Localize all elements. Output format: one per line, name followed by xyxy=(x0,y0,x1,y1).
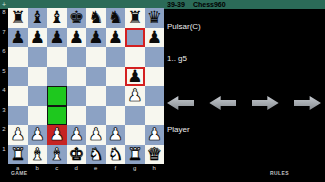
white-pawn-piece: ♟ xyxy=(30,125,45,145)
rank-label-8: 8 xyxy=(1,8,7,16)
file-label-f: f xyxy=(106,164,126,172)
white-bishop-piece: ♝ xyxy=(49,145,64,165)
white-knight-piece: ♞ xyxy=(88,145,103,165)
square-d6[interactable] xyxy=(67,47,87,67)
white-pawn-piece: ♟ xyxy=(69,125,84,145)
black-bishop-piece: ♝ xyxy=(49,8,64,28)
square-c5[interactable] xyxy=(47,67,67,87)
square-a6[interactable] xyxy=(8,47,28,67)
square-h5[interactable] xyxy=(145,67,165,87)
square-f6[interactable] xyxy=(106,47,126,67)
rank-label-2: 2 xyxy=(1,125,7,133)
rank-label-4: 4 xyxy=(1,86,7,94)
black-king-piece: ♚ xyxy=(69,8,84,28)
rank-label-5: 5 xyxy=(1,67,7,75)
square-h8[interactable]: ♛ xyxy=(145,8,165,28)
black-pawn-piece: ♟ xyxy=(147,28,162,48)
square-f5[interactable] xyxy=(106,67,126,87)
nav-end-button[interactable] xyxy=(294,96,321,110)
file-label-g: g xyxy=(125,164,145,172)
square-e2[interactable]: ♟ xyxy=(86,125,106,145)
white-pawn-piece: ♟ xyxy=(49,125,64,145)
square-g1[interactable]: ♜ xyxy=(125,145,145,165)
square-e5[interactable] xyxy=(86,67,106,87)
square-b7[interactable]: ♟ xyxy=(28,28,48,48)
square-h6[interactable] xyxy=(145,47,165,67)
square-c1[interactable]: ♝ xyxy=(47,145,67,165)
square-f3[interactable] xyxy=(106,106,126,126)
square-c6[interactable] xyxy=(47,47,67,67)
black-pawn-piece: ♟ xyxy=(108,28,123,48)
square-e4[interactable] xyxy=(86,86,106,106)
square-a7[interactable]: ♟ xyxy=(8,28,28,48)
white-queen-piece: ♛ xyxy=(147,145,162,165)
square-g4[interactable]: ♟ xyxy=(125,86,145,106)
nav-start-button[interactable] xyxy=(167,96,194,110)
square-b2[interactable]: ♟ xyxy=(28,125,48,145)
square-h1[interactable]: ♛ xyxy=(145,145,165,165)
square-c7[interactable]: ♟ xyxy=(47,28,67,48)
black-bishop-piece: ♝ xyxy=(30,8,45,28)
square-f4[interactable] xyxy=(106,86,126,106)
last-move-text: 1.. g5 xyxy=(167,54,187,64)
square-b8[interactable]: ♝ xyxy=(28,8,48,28)
square-d2[interactable]: ♟ xyxy=(67,125,87,145)
square-c3[interactable] xyxy=(47,106,67,126)
square-d8[interactable]: ♚ xyxy=(67,8,87,28)
square-a1[interactable]: ♜ xyxy=(8,145,28,165)
rank-label-7: 7 xyxy=(1,28,7,36)
square-h4[interactable] xyxy=(145,86,165,106)
square-g5[interactable]: ♟ xyxy=(125,67,145,87)
rank-label-3: 3 xyxy=(1,106,7,114)
square-b6[interactable] xyxy=(28,47,48,67)
black-pawn-piece: ♟ xyxy=(127,67,142,87)
square-e8[interactable]: ♞ xyxy=(86,8,106,28)
file-label-b: b xyxy=(28,164,48,172)
square-g6[interactable] xyxy=(125,47,145,67)
black-queen-piece: ♛ xyxy=(147,8,162,28)
square-e1[interactable]: ♞ xyxy=(86,145,106,165)
square-d5[interactable] xyxy=(67,67,87,87)
square-d3[interactable] xyxy=(67,106,87,126)
opponent-name: Pulsar(C) xyxy=(167,22,201,32)
black-pawn-piece: ♟ xyxy=(88,28,103,48)
white-rook-piece: ♜ xyxy=(10,145,25,165)
nav-next-button[interactable] xyxy=(252,96,279,110)
square-c2[interactable]: ♟ xyxy=(47,125,67,145)
square-c4[interactable] xyxy=(47,86,67,106)
square-a8[interactable]: ♜ xyxy=(8,8,28,28)
square-b3[interactable] xyxy=(28,106,48,126)
square-f7[interactable]: ♟ xyxy=(106,28,126,48)
black-pawn-piece: ♟ xyxy=(30,28,45,48)
square-e7[interactable]: ♟ xyxy=(86,28,106,48)
square-a2[interactable]: ♟ xyxy=(8,125,28,145)
square-e6[interactable] xyxy=(86,47,106,67)
file-label-d: d xyxy=(67,164,87,172)
square-b1[interactable]: ♝ xyxy=(28,145,48,165)
square-h7[interactable]: ♟ xyxy=(145,28,165,48)
variant-label: Chess960 xyxy=(193,0,226,9)
white-pawn-piece: ♟ xyxy=(147,125,162,145)
player-name: Player xyxy=(167,125,190,135)
white-pawn-piece: ♟ xyxy=(88,125,103,145)
square-f2[interactable]: ♟ xyxy=(106,125,126,145)
square-f8[interactable]: ♞ xyxy=(106,8,126,28)
square-d7[interactable]: ♟ xyxy=(67,28,87,48)
square-h2[interactable]: ♟ xyxy=(145,125,165,145)
nav-prev-button[interactable] xyxy=(209,96,236,110)
nav-buttons xyxy=(167,94,321,112)
square-g7[interactable] xyxy=(125,28,145,48)
file-label-h: h xyxy=(145,164,165,172)
square-d1[interactable]: ♚ xyxy=(67,145,87,165)
menu-rules-button[interactable]: RULES xyxy=(270,170,289,177)
square-c8[interactable]: ♝ xyxy=(47,8,67,28)
square-g2[interactable] xyxy=(125,125,145,145)
square-a5[interactable] xyxy=(8,67,28,87)
black-pawn-piece: ♟ xyxy=(49,28,64,48)
square-g8[interactable]: ♜ xyxy=(125,8,145,28)
square-a3[interactable] xyxy=(8,106,28,126)
square-f1[interactable]: ♞ xyxy=(106,145,126,165)
black-pawn-piece: ♟ xyxy=(10,28,25,48)
white-king-piece: ♚ xyxy=(69,145,84,165)
black-rook-piece: ♜ xyxy=(127,8,142,28)
black-rook-piece: ♜ xyxy=(10,8,25,28)
rank-label-6: 6 xyxy=(1,47,7,55)
material-score: 39-39 xyxy=(167,0,185,9)
square-d4[interactable] xyxy=(67,86,87,106)
white-knight-piece: ♞ xyxy=(108,145,123,165)
square-b5[interactable] xyxy=(28,67,48,87)
menu-game-button[interactable]: GAME xyxy=(11,170,28,177)
square-a4[interactable] xyxy=(8,86,28,106)
chess-board[interactable]: ♜♝♝♚♞♞♜♛♟♟♟♟♟♟♟♟♟♟♟♟♟♟♟♟♜♝♝♚♞♞♜♛ xyxy=(8,8,164,164)
file-label-c: c xyxy=(47,164,67,172)
white-pawn-piece: ♟ xyxy=(10,125,25,145)
rank-label-1: 1 xyxy=(1,145,7,153)
white-bishop-piece: ♝ xyxy=(30,145,45,165)
square-g3[interactable] xyxy=(125,106,145,126)
white-pawn-piece: ♟ xyxy=(127,86,142,106)
black-knight-piece: ♞ xyxy=(88,8,103,28)
square-h3[interactable] xyxy=(145,106,165,126)
white-pawn-piece: ♟ xyxy=(108,125,123,145)
black-pawn-piece: ♟ xyxy=(69,28,84,48)
file-label-e: e xyxy=(86,164,106,172)
white-rook-piece: ♜ xyxy=(127,145,142,165)
black-knight-piece: ♞ xyxy=(108,8,123,28)
square-e3[interactable] xyxy=(86,106,106,126)
square-b4[interactable] xyxy=(28,86,48,106)
